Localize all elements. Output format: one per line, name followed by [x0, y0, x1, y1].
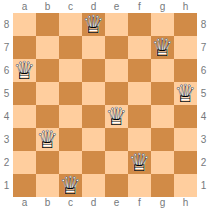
square-f7[interactable]: [128, 36, 151, 59]
rank-label-right-3: 3: [197, 128, 210, 151]
square-a8[interactable]: [13, 13, 36, 36]
white-queen-fill-glyph: ♛: [59, 174, 82, 197]
square-a2[interactable]: [13, 151, 36, 174]
square-h2[interactable]: [174, 151, 197, 174]
square-d6[interactable]: [82, 59, 105, 82]
square-e3[interactable]: [105, 128, 128, 151]
square-b6[interactable]: [36, 59, 59, 82]
file-label-top-b: b: [36, 0, 59, 13]
square-g8[interactable]: [151, 13, 174, 36]
square-g7[interactable]: ♛♕: [151, 36, 174, 59]
file-label-bottom-c: c: [59, 197, 82, 209]
square-g5[interactable]: [151, 82, 174, 105]
file-label-bottom-d: d: [82, 197, 105, 209]
square-c7[interactable]: [59, 36, 82, 59]
rank-label-right-4: 4: [197, 105, 210, 128]
square-h3[interactable]: [174, 128, 197, 151]
rank-label-left-6: 6: [0, 59, 13, 82]
square-b2[interactable]: [36, 151, 59, 174]
white-queen-icon: ♕: [13, 59, 36, 82]
square-c5[interactable]: [59, 82, 82, 105]
rank-label-right-1: 1: [197, 174, 210, 197]
square-e1[interactable]: [105, 174, 128, 197]
square-f6[interactable]: [128, 59, 151, 82]
square-d2[interactable]: [82, 151, 105, 174]
square-c2[interactable]: [59, 151, 82, 174]
file-label-bottom-g: g: [151, 197, 174, 209]
file-label-top-g: g: [151, 0, 174, 13]
square-c3[interactable]: [59, 128, 82, 151]
square-b5[interactable]: [36, 82, 59, 105]
white-queen-fill-glyph: ♛: [174, 82, 197, 105]
square-b4[interactable]: [36, 105, 59, 128]
square-a4[interactable]: [13, 105, 36, 128]
square-f4[interactable]: [128, 105, 151, 128]
square-f8[interactable]: [128, 13, 151, 36]
rank-label-left-8: 8: [0, 13, 13, 36]
white-queen-fill-glyph: ♛: [151, 36, 174, 59]
square-d1[interactable]: [82, 174, 105, 197]
square-f1[interactable]: [128, 174, 151, 197]
chessboard: abcdefgh8♛♕87♛♕76♛♕65♛♕54♛♕43♛♕32♛♕21♛♕1…: [0, 0, 210, 209]
corner-bottom-right: [197, 197, 210, 209]
square-c4[interactable]: [59, 105, 82, 128]
rank-label-left-1: 1: [0, 174, 13, 197]
square-c6[interactable]: [59, 59, 82, 82]
square-h1[interactable]: [174, 174, 197, 197]
square-h4[interactable]: [174, 105, 197, 128]
rank-label-right-7: 7: [197, 36, 210, 59]
white-queen-icon: ♕: [128, 151, 151, 174]
square-d8[interactable]: ♛♕: [82, 13, 105, 36]
white-queen-icon: ♕: [174, 82, 197, 105]
square-d7[interactable]: [82, 36, 105, 59]
square-e6[interactable]: [105, 59, 128, 82]
square-g4[interactable]: [151, 105, 174, 128]
square-e7[interactable]: [105, 36, 128, 59]
square-d4[interactable]: [82, 105, 105, 128]
square-a5[interactable]: [13, 82, 36, 105]
file-label-top-f: f: [128, 0, 151, 13]
white-queen-fill-glyph: ♛: [36, 128, 59, 151]
file-label-bottom-b: b: [36, 197, 59, 209]
square-h7[interactable]: [174, 36, 197, 59]
white-queen-fill-glyph: ♛: [82, 13, 105, 36]
corner-top-right: [197, 0, 210, 13]
square-h8[interactable]: [174, 13, 197, 36]
rank-label-left-7: 7: [0, 36, 13, 59]
white-queen-fill-glyph: ♛: [13, 59, 36, 82]
white-queen-icon: ♕: [105, 105, 128, 128]
file-label-top-a: a: [13, 0, 36, 13]
square-e2[interactable]: [105, 151, 128, 174]
file-label-top-h: h: [174, 0, 197, 13]
square-b8[interactable]: [36, 13, 59, 36]
square-c8[interactable]: [59, 13, 82, 36]
white-queen-icon: ♕: [82, 13, 105, 36]
square-d5[interactable]: [82, 82, 105, 105]
rank-label-left-4: 4: [0, 105, 13, 128]
file-label-top-d: d: [82, 0, 105, 13]
rank-label-left-2: 2: [0, 151, 13, 174]
square-f2[interactable]: ♛♕: [128, 151, 151, 174]
rank-label-left-3: 3: [0, 128, 13, 151]
square-f5[interactable]: [128, 82, 151, 105]
rank-label-right-8: 8: [197, 13, 210, 36]
square-b7[interactable]: [36, 36, 59, 59]
white-queen-icon: ♕: [59, 174, 82, 197]
corner-bottom-left: [0, 197, 13, 209]
square-g6[interactable]: [151, 59, 174, 82]
square-b3[interactable]: ♛♕: [36, 128, 59, 151]
square-e8[interactable]: [105, 13, 128, 36]
file-label-bottom-f: f: [128, 197, 151, 209]
white-queen-icon: ♕: [36, 128, 59, 151]
square-g3[interactable]: [151, 128, 174, 151]
rank-label-right-5: 5: [197, 82, 210, 105]
square-h5[interactable]: ♛♕: [174, 82, 197, 105]
square-e4[interactable]: ♛♕: [105, 105, 128, 128]
file-label-bottom-e: e: [105, 197, 128, 209]
square-a7[interactable]: [13, 36, 36, 59]
square-a1[interactable]: [13, 174, 36, 197]
white-queen-icon: ♕: [151, 36, 174, 59]
rank-label-right-6: 6: [197, 59, 210, 82]
rank-label-left-5: 5: [0, 82, 13, 105]
file-label-bottom-a: a: [13, 197, 36, 209]
square-e5[interactable]: [105, 82, 128, 105]
square-c1[interactable]: ♛♕: [59, 174, 82, 197]
rank-label-right-2: 2: [197, 151, 210, 174]
square-a6[interactable]: ♛♕: [13, 59, 36, 82]
square-g1[interactable]: [151, 174, 174, 197]
square-h6[interactable]: [174, 59, 197, 82]
file-label-top-e: e: [105, 0, 128, 13]
file-label-top-c: c: [59, 0, 82, 13]
square-g2[interactable]: [151, 151, 174, 174]
white-queen-fill-glyph: ♛: [105, 105, 128, 128]
square-d3[interactable]: [82, 128, 105, 151]
square-f3[interactable]: [128, 128, 151, 151]
corner-top-left: [0, 0, 13, 13]
square-a3[interactable]: [13, 128, 36, 151]
square-b1[interactable]: [36, 174, 59, 197]
file-label-bottom-h: h: [174, 197, 197, 209]
white-queen-fill-glyph: ♛: [128, 151, 151, 174]
